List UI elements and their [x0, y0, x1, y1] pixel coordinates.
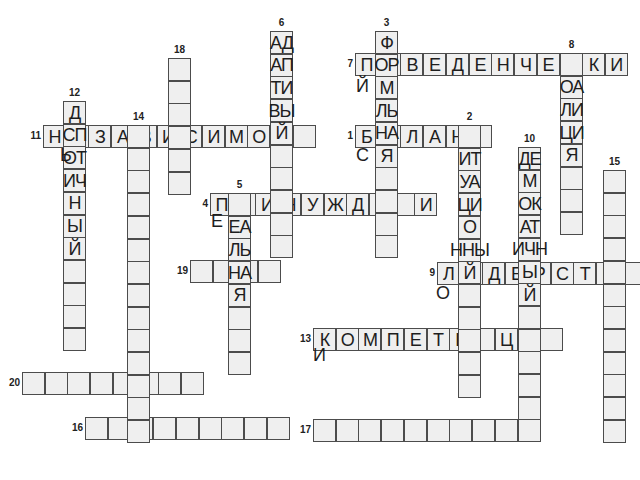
crossword-cell-16-8[interactable] [267, 417, 290, 440]
crossword-cell-15-11[interactable] [603, 420, 626, 443]
cell-letter: Й [524, 286, 536, 304]
crossword-cell-2-0[interactable] [458, 125, 481, 148]
crossword-cell-14-2[interactable] [127, 170, 150, 193]
crossword-cell-10-1[interactable]: М [518, 170, 541, 193]
cell-letter: Н [69, 194, 81, 212]
cell-letter: Б [361, 128, 372, 146]
clue-number-15: 15 [603, 157, 626, 167]
cell-letter: Я [234, 286, 246, 304]
cell-letter: ВЫ [269, 102, 295, 120]
crossword-cell-6-5[interactable] [270, 145, 293, 168]
cell-letter: ОК [518, 195, 541, 213]
cell-letter: Д [488, 265, 499, 283]
crossword-cell-2-4[interactable]: О [458, 216, 481, 239]
crossword-cell-8-1[interactable]: ОА [560, 76, 583, 99]
cell-letter: УА [459, 173, 479, 191]
crossword-cell-12-3[interactable]: ИЧ [63, 169, 86, 192]
crossword-cell-5-2[interactable]: ЛЬ [228, 238, 251, 261]
crossword-cell-12-1[interactable]: СП [63, 124, 86, 147]
crossword-cell-12-7[interactable] [63, 260, 86, 283]
crossword-cell-2-10[interactable] [458, 352, 481, 375]
crossword-cell-18-4[interactable] [168, 149, 191, 172]
crossword-cell-2-8[interactable] [458, 307, 481, 330]
clue-number-10: 10 [518, 134, 541, 144]
crossword-cell-5-6[interactable] [228, 329, 251, 352]
crossword-cell-5-7[interactable] [228, 352, 251, 375]
crossword-cell-4-9[interactable]: И [414, 193, 437, 216]
crossword-cell-10-2[interactable]: ОК [518, 192, 541, 215]
crossword-cell-11-9[interactable]: О [247, 125, 270, 148]
crossword-cell-6-9[interactable] [270, 235, 293, 258]
crossword-cell-7-7[interactable]: Ч [514, 53, 537, 76]
stray-letter: Й [356, 77, 369, 95]
cell-letter: У [307, 196, 317, 214]
crossword-cell-2-2[interactable]: УА [458, 170, 481, 193]
crossword-cell-17-4[interactable] [404, 419, 427, 442]
crossword-cell-3-0[interactable]: Ф [375, 31, 398, 54]
crossword-cell-2-7[interactable] [458, 284, 481, 307]
crossword-cell-8-0[interactable] [560, 53, 583, 76]
cell-letter: Е [543, 56, 554, 74]
stray-letter: Е [211, 212, 223, 230]
cell-letter: О [252, 128, 265, 146]
clue-number-13: 13 [296, 334, 311, 344]
cell-letter: Д [69, 104, 80, 122]
cell-letter: Ы [522, 263, 537, 281]
crossword-cell-5-1[interactable]: ЕА [228, 216, 251, 239]
crossword-cell-11-11[interactable] [293, 125, 316, 148]
cell-letter: ИТ [459, 150, 481, 168]
crossword-cell-9-2[interactable]: Д [482, 262, 505, 285]
crossword-cell-2-11[interactable] [458, 375, 481, 398]
crossword-cell-6-6[interactable] [270, 167, 293, 190]
crossword-cell-10-7[interactable] [518, 306, 541, 329]
crossword-cell-10-12[interactable] [518, 419, 541, 442]
crossword-cell-6-8[interactable] [270, 213, 293, 236]
crossword-slide: 7ПВЕДЕНЧЕСКИ11НЕЗАВИСИМОЙ1БАЛАН4ПРИНУЖДЕ… [0, 0, 640, 480]
cell-letter: Т [580, 265, 590, 283]
crossword-cell-14-1[interactable] [127, 148, 150, 171]
crossword-cell-15-7[interactable] [603, 329, 626, 352]
crossword-cell-16-4[interactable] [176, 417, 199, 440]
crossword-cell-14-4[interactable] [127, 216, 150, 239]
clue-number-12: 12 [63, 88, 86, 98]
crossword-cell-15-2[interactable] [603, 215, 626, 238]
crossword-cell-7-5[interactable]: Е [469, 53, 492, 76]
cell-letter: Л [443, 265, 454, 283]
cell-letter: З [95, 128, 105, 146]
crossword-cell-6-1[interactable]: АП [270, 54, 293, 77]
cell-letter: Ф [380, 34, 393, 52]
crossword-cell-14-6[interactable] [127, 261, 150, 284]
cell-letter: ЕА [229, 218, 251, 236]
clue-number-5: 5 [228, 180, 251, 190]
cell-letter: Ч [520, 56, 531, 74]
cell-letter: ЦИ [457, 196, 481, 214]
crossword-cell-14-0[interactable] [127, 125, 150, 148]
crossword-cell-14-7[interactable] [127, 284, 150, 307]
crossword-cell-10-8[interactable] [518, 329, 541, 352]
cell-letter: ОА [560, 78, 584, 96]
cell-letter: М [523, 172, 537, 190]
cell-letter: Е [474, 56, 485, 74]
clue-number-6: 6 [270, 18, 293, 28]
crossword-cell-13-4[interactable]: Е [404, 328, 427, 351]
crossword-cell-2-3[interactable]: ЦИ [458, 193, 481, 216]
crossword-cell-3-2[interactable]: М [375, 76, 398, 99]
crossword-cell-14-9[interactable] [127, 329, 150, 352]
crossword-cell-3-7[interactable] [375, 190, 398, 213]
cell-letter: П [361, 56, 373, 74]
cell-letter: Й [69, 240, 81, 258]
clue-number-8: 8 [560, 40, 583, 50]
crossword-cell-15-0[interactable] [603, 170, 626, 193]
crossword-cell-10-10[interactable] [518, 374, 541, 397]
crossword-cell-8-2[interactable]: ЛИ [560, 98, 583, 121]
crossword-cell-7-8[interactable]: Е [537, 53, 560, 76]
cell-letter: П [387, 331, 399, 349]
crossword-cell-8-3[interactable]: ЦИ [560, 121, 583, 144]
cell-letter: Н [497, 56, 509, 74]
crossword-cell-18-1[interactable] [168, 81, 191, 104]
crossword-cell-5-3[interactable]: НА [228, 261, 251, 284]
cell-letter: ЛЬ [229, 241, 251, 259]
crossword-cell-2-5[interactable]: ННЫ [458, 239, 481, 262]
cell-letter: Ы [67, 217, 82, 235]
crossword-cell-14-12[interactable] [127, 397, 150, 420]
crossword-cell-6-2[interactable]: ТИ [270, 76, 293, 99]
crossword-cell-3-1[interactable]: ОР [375, 54, 398, 77]
crossword-cell-4-5[interactable]: Ж [324, 193, 347, 216]
cell-letter: АД [270, 34, 293, 52]
cell-letter: ЛИ [560, 101, 583, 119]
crossword-cell-10-5[interactable]: Ы [518, 261, 541, 284]
crossword-cell-3-6[interactable] [375, 167, 398, 190]
crossword-cell-12-5[interactable]: Ы [63, 215, 86, 238]
crossword-cell-17-7[interactable] [472, 419, 495, 442]
clue-number-9: 9 [420, 268, 435, 278]
cell-letter: ННЫ [450, 241, 489, 259]
crossword-cell-15-3[interactable] [603, 238, 626, 261]
crossword-cell-16-7[interactable] [244, 417, 267, 440]
crossword-cell-7-4[interactable]: Д [446, 53, 469, 76]
crossword-cell-20-7[interactable] [181, 372, 204, 395]
crossword-cell-20-3[interactable] [90, 372, 113, 395]
crossword-cell-11-7[interactable]: И [202, 125, 225, 148]
crossword-cell-3-5[interactable]: Я [375, 145, 398, 168]
clue-number-14: 14 [127, 112, 150, 122]
crossword-cell-4-4[interactable]: У [301, 193, 324, 216]
cell-letter: ИЧН [512, 240, 547, 258]
crossword-cell-12-6[interactable]: Й [63, 237, 86, 260]
clue-number-3: 3 [375, 18, 398, 28]
clue-number-16: 16 [68, 423, 83, 433]
crossword-cell-17-2[interactable] [358, 419, 381, 442]
clue-number-20: 20 [5, 378, 20, 388]
cell-letter: Д [452, 56, 463, 74]
crossword-cell-11-2[interactable]: З [88, 125, 111, 148]
crossword-cell-20-1[interactable] [45, 372, 68, 395]
stray-letter: С [356, 146, 369, 164]
crossword-cell-3-4[interactable]: НА [375, 122, 398, 145]
cell-letter: ИЧ [63, 172, 86, 190]
crossword-cell-7-11[interactable]: И [605, 53, 628, 76]
crossword-cell-17-8[interactable] [495, 419, 518, 442]
cell-letter: ЛЬ [376, 102, 398, 120]
crossword-cell-2-6[interactable]: Й [458, 261, 481, 284]
clue-number-18: 18 [168, 45, 191, 55]
crossword-cell-14-8[interactable] [127, 307, 150, 330]
crossword-cell-14-5[interactable] [127, 239, 150, 262]
crossword-cell-8-7[interactable] [560, 212, 583, 235]
crossword-cell-10-4[interactable]: ИЧН [518, 238, 541, 261]
cell-letter: Я [381, 147, 393, 165]
crossword-cell-5-0[interactable] [228, 193, 251, 216]
crossword-cell-13-1[interactable]: О [336, 328, 359, 351]
crossword-cell-11-8[interactable]: М [225, 125, 248, 148]
cell-letter: М [380, 79, 394, 97]
cell-letter: А [429, 128, 440, 146]
crossword-cell-1-3[interactable]: А [423, 125, 446, 148]
crossword-cell-20-2[interactable] [67, 372, 90, 395]
crossword-cell-16-6[interactable] [221, 417, 244, 440]
crossword-cell-15-6[interactable] [603, 306, 626, 329]
cell-letter: О [341, 331, 354, 349]
crossword-cell-12-9[interactable] [63, 305, 86, 328]
cell-letter: АТ [520, 218, 540, 236]
crossword-cell-14-10[interactable] [127, 352, 150, 375]
cell-letter: Ц [500, 331, 512, 349]
crossword-cell-14-13[interactable] [127, 420, 150, 443]
cell-letter: СП [63, 126, 87, 144]
cell-letter: И [420, 196, 432, 214]
crossword-cell-17-0[interactable] [313, 419, 336, 442]
crossword-cell-9-5[interactable]: С [551, 262, 574, 285]
crossword-cell-17-3[interactable] [381, 419, 404, 442]
cell-letter: Е [429, 56, 440, 74]
crossword-cell-8-6[interactable] [560, 189, 583, 212]
crossword-cell-15-5[interactable] [603, 284, 626, 307]
crossword-cell-10-6[interactable]: Й [518, 283, 541, 306]
cell-letter: Н [49, 128, 61, 146]
crossword-cell-18-2[interactable] [168, 103, 191, 126]
crossword-cell-20-6[interactable] [158, 372, 181, 395]
crossword-cell-14-11[interactable] [127, 375, 150, 398]
cell-letter: М [229, 128, 243, 146]
crossword-cell-10-9[interactable] [518, 351, 541, 374]
clue-number-17: 17 [296, 425, 311, 435]
crossword-cell-17-1[interactable] [336, 419, 359, 442]
crossword-cell-13-2[interactable]: М [358, 328, 381, 351]
clue-number-7: 7 [338, 59, 353, 69]
cell-letter: И [610, 56, 622, 74]
crossword-cell-14-3[interactable] [127, 193, 150, 216]
crossword-cell-7-2[interactable]: В [400, 53, 423, 76]
crossword-cell-17-5[interactable] [427, 419, 450, 442]
cell-letter: С [556, 265, 568, 283]
cell-letter: Й [276, 124, 288, 142]
cell-letter: Я [566, 146, 578, 164]
crossword-cell-18-0[interactable] [168, 58, 191, 81]
crossword-cell-18-5[interactable] [168, 172, 191, 195]
clue-number-4: 4 [193, 199, 208, 209]
crossword-cell-13-10[interactable] [540, 328, 563, 351]
cell-letter: М [363, 331, 377, 349]
stray-letter: О [436, 284, 450, 302]
crossword-cell-3-8[interactable] [375, 213, 398, 236]
crossword-cell-5-5[interactable] [228, 307, 251, 330]
cell-letter: ЦИ [559, 124, 583, 142]
crossword-cell-4-6[interactable]: Д [346, 193, 369, 216]
clue-number-2: 2 [458, 112, 481, 122]
cell-letter: Ж [327, 196, 343, 214]
crossword-cell-7-10[interactable]: К [582, 53, 605, 76]
crossword-cell-20-0[interactable] [22, 372, 45, 395]
cell-letter: В [406, 56, 417, 74]
clue-number-1: 1 [338, 131, 353, 141]
crossword-cell-9-0[interactable]: Л [437, 262, 460, 285]
crossword-cell-15-10[interactable] [603, 397, 626, 420]
crossword-cell-17-6[interactable] [449, 419, 472, 442]
crossword-cell-10-0[interactable]: ДЕ [518, 147, 541, 170]
crossword-cell-10-11[interactable] [518, 397, 541, 420]
crossword-cell-15-8[interactable] [603, 352, 626, 375]
cell-letter: НА [228, 264, 251, 282]
cell-letter: Д [352, 196, 363, 214]
clue-number-19: 19 [173, 266, 188, 276]
cell-letter: Й [464, 264, 476, 282]
crossword-cell-8-4[interactable]: Я [560, 144, 583, 167]
crossword-cell-5-4[interactable]: Я [228, 284, 251, 307]
crossword-cell-12-0[interactable]: Д [63, 101, 86, 124]
cell-letter: О [463, 218, 476, 236]
crossword-cell-1-2[interactable]: Л [400, 125, 423, 148]
crossword-cell-15-4[interactable] [603, 261, 626, 284]
crossword-cell-6-0[interactable]: АД [270, 31, 293, 54]
crossword-cell-6-4[interactable]: Й [270, 122, 293, 145]
cell-letter: АП [270, 56, 293, 74]
cell-letter: Л [406, 128, 417, 146]
crossword-cell-16-3[interactable] [153, 417, 176, 440]
crossword-cell-7-3[interactable]: Е [423, 53, 446, 76]
cell-letter: Т [433, 331, 443, 349]
crossword-cell-13-8[interactable]: Ц [495, 328, 518, 351]
cell-letter: ОР [375, 56, 399, 74]
cell-letter: ДЕ [518, 150, 540, 168]
stray-letter: Ь [60, 146, 72, 164]
crossword-cell-2-9[interactable] [458, 329, 481, 352]
clue-number-11: 11 [26, 131, 41, 141]
cell-letter: К [589, 56, 599, 74]
crossword-cell-7-6[interactable]: Н [491, 53, 514, 76]
crossword-cell-15-9[interactable] [603, 374, 626, 397]
crossword-cell-15-1[interactable] [603, 193, 626, 216]
crossword-cell-13-5[interactable]: Т [427, 328, 450, 351]
crossword-cell-12-4[interactable]: Н [63, 192, 86, 215]
crossword-cell-8-5[interactable] [560, 167, 583, 190]
crossword-cell-12-10[interactable] [63, 328, 86, 351]
cell-letter: НА [375, 124, 398, 142]
crossword-cell-9-6[interactable]: Т [573, 262, 596, 285]
cell-letter: Е [410, 331, 421, 349]
crossword-cell-19-3[interactable] [258, 260, 281, 283]
stray-letter: И [313, 346, 326, 364]
crossword-cell-12-8[interactable] [63, 283, 86, 306]
crossword-cell-19-0[interactable] [190, 260, 213, 283]
cell-letter: ТИ [271, 79, 293, 97]
crossword-cell-10-3[interactable]: АТ [518, 215, 541, 238]
crossword-cell-3-9[interactable] [375, 235, 398, 258]
crossword-cell-16-0[interactable] [85, 417, 108, 440]
crossword-cell-2-1[interactable]: ИТ [458, 148, 481, 171]
crossword-cell-6-7[interactable] [270, 190, 293, 213]
crossword-cell-16-5[interactable] [199, 417, 222, 440]
crossword-cell-13-3[interactable]: П [381, 328, 404, 351]
crossword-cell-3-3[interactable]: ЛЬ [375, 99, 398, 122]
crossword-cell-6-3[interactable]: ВЫ [270, 99, 293, 122]
crossword-cell-18-3[interactable] [168, 126, 191, 149]
cell-letter: И [207, 128, 219, 146]
